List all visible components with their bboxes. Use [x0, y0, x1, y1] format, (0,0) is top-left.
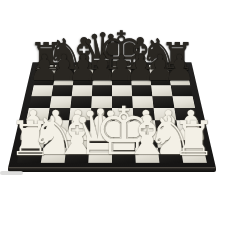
watermark — [0, 171, 23, 175]
product-photo-chess-set: ♜♞♝♛♚♝♞♜♟♟♟♟♟♟♟♟♟♟♟♟♟♟♟♟♜♞♝♛♚♝♞♜ — [0, 0, 225, 225]
piece-black-p-h7[interactable]: ♟ — [164, 50, 196, 86]
pieces-layer: ♜♞♝♛♚♝♞♜♟♟♟♟♟♟♟♟♟♟♟♟♟♟♟♟♜♞♝♛♚♝♞♜ — [0, 0, 225, 225]
piece-white-r-h1[interactable]: ♜ — [172, 115, 215, 163]
